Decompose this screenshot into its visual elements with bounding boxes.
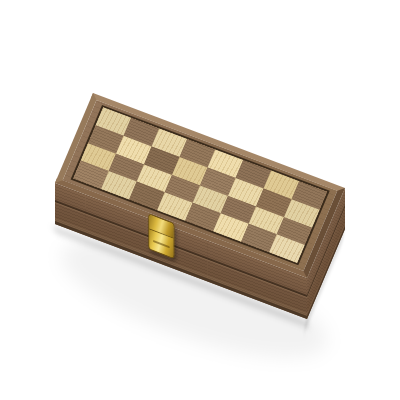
brass-clasp-groove — [153, 240, 170, 248]
product-photo-chess-box — [0, 0, 400, 400]
